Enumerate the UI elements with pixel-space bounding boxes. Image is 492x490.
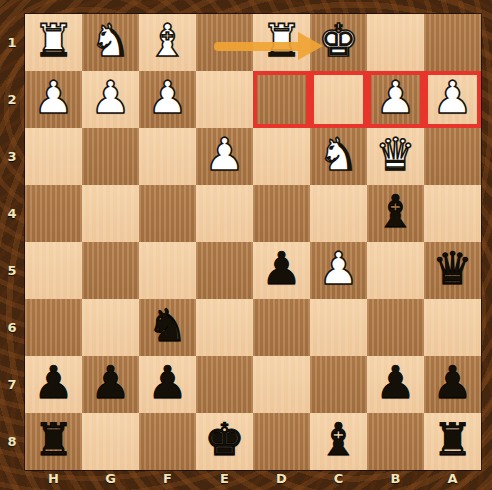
white-queen-piece: ♛ xyxy=(375,126,415,183)
black-pawn-piece: ♟ xyxy=(432,354,472,411)
black-pawn-piece: ♟ xyxy=(375,354,415,411)
square-b5[interactable] xyxy=(367,242,424,299)
black-queen-piece: ♛ xyxy=(432,240,472,297)
square-g7[interactable]: ♟ xyxy=(82,356,139,413)
square-d6[interactable] xyxy=(253,299,310,356)
square-e5[interactable] xyxy=(196,242,253,299)
square-f5[interactable] xyxy=(139,242,196,299)
square-a5[interactable]: ♛ xyxy=(424,242,481,299)
rank-label-3: 3 xyxy=(0,128,24,185)
black-bishop-piece: ♝ xyxy=(318,411,358,468)
square-f8[interactable] xyxy=(139,413,196,470)
white-bishop-piece: ♝ xyxy=(147,12,187,69)
square-h1[interactable]: ♜ xyxy=(25,14,82,71)
square-a8[interactable]: ♜ xyxy=(424,413,481,470)
chess-board: ♜♞♝♜♚♟♟♟♟♟♟♞♛♝♟♟♛♞♟♟♟♟♟♜♚♝♜ xyxy=(25,14,481,470)
rank-label-5: 5 xyxy=(0,242,24,299)
square-f4[interactable] xyxy=(139,185,196,242)
square-b8[interactable] xyxy=(367,413,424,470)
square-b7[interactable]: ♟ xyxy=(367,356,424,413)
black-bishop-piece: ♝ xyxy=(375,183,415,240)
square-g2[interactable]: ♟ xyxy=(82,71,139,128)
square-e1[interactable] xyxy=(196,14,253,71)
file-label-g: G xyxy=(82,467,139,489)
black-pawn-piece: ♟ xyxy=(90,354,130,411)
black-pawn-piece: ♟ xyxy=(33,354,73,411)
square-e2[interactable] xyxy=(196,71,253,128)
square-h3[interactable] xyxy=(25,128,82,185)
square-c3[interactable]: ♞ xyxy=(310,128,367,185)
square-b2[interactable]: ♟ xyxy=(367,71,424,128)
chess-app-window: ♜♞♝♜♚♟♟♟♟♟♟♞♛♝♟♟♛♞♟♟♟♟♟♜♚♝♜ 12345678 HGF… xyxy=(0,0,492,490)
white-knight-piece: ♞ xyxy=(318,126,358,183)
square-d4[interactable] xyxy=(253,185,310,242)
square-c8[interactable]: ♝ xyxy=(310,413,367,470)
square-h5[interactable] xyxy=(25,242,82,299)
white-knight-piece: ♞ xyxy=(90,12,130,69)
square-g8[interactable] xyxy=(82,413,139,470)
square-c7[interactable] xyxy=(310,356,367,413)
square-b6[interactable] xyxy=(367,299,424,356)
square-b4[interactable]: ♝ xyxy=(367,185,424,242)
square-f1[interactable]: ♝ xyxy=(139,14,196,71)
square-a2[interactable]: ♟ xyxy=(424,71,481,128)
square-c2[interactable] xyxy=(310,71,367,128)
square-c1[interactable]: ♚ xyxy=(310,14,367,71)
file-label-h: H xyxy=(25,467,82,489)
square-g1[interactable]: ♞ xyxy=(82,14,139,71)
square-e4[interactable] xyxy=(196,185,253,242)
square-g4[interactable] xyxy=(82,185,139,242)
square-d3[interactable] xyxy=(253,128,310,185)
white-pawn-piece: ♟ xyxy=(375,69,415,126)
file-label-e: E xyxy=(196,467,253,489)
square-a6[interactable] xyxy=(424,299,481,356)
square-a1[interactable] xyxy=(424,14,481,71)
rank-label-4: 4 xyxy=(0,185,24,242)
file-label-f: F xyxy=(139,467,196,489)
square-a7[interactable]: ♟ xyxy=(424,356,481,413)
white-pawn-piece: ♟ xyxy=(204,126,244,183)
square-f3[interactable] xyxy=(139,128,196,185)
file-label-d: D xyxy=(253,467,310,489)
white-rook-piece: ♜ xyxy=(261,12,301,69)
square-e6[interactable] xyxy=(196,299,253,356)
rank-label-2: 2 xyxy=(0,71,24,128)
white-pawn-piece: ♟ xyxy=(90,69,130,126)
black-rook-piece: ♜ xyxy=(33,411,73,468)
square-c5[interactable]: ♟ xyxy=(310,242,367,299)
white-pawn-piece: ♟ xyxy=(33,69,73,126)
rank-label-1: 1 xyxy=(0,14,24,71)
white-pawn-piece: ♟ xyxy=(147,69,187,126)
square-h8[interactable]: ♜ xyxy=(25,413,82,470)
black-knight-piece: ♞ xyxy=(147,297,187,354)
file-label-c: C xyxy=(310,467,367,489)
square-e7[interactable] xyxy=(196,356,253,413)
square-h4[interactable] xyxy=(25,185,82,242)
square-c4[interactable] xyxy=(310,185,367,242)
square-g5[interactable] xyxy=(82,242,139,299)
file-label-b: B xyxy=(367,467,424,489)
square-b3[interactable]: ♛ xyxy=(367,128,424,185)
square-e8[interactable]: ♚ xyxy=(196,413,253,470)
square-d8[interactable] xyxy=(253,413,310,470)
square-b1[interactable] xyxy=(367,14,424,71)
white-pawn-piece: ♟ xyxy=(318,240,358,297)
square-d2[interactable] xyxy=(253,71,310,128)
square-h2[interactable]: ♟ xyxy=(25,71,82,128)
square-e3[interactable]: ♟ xyxy=(196,128,253,185)
square-c6[interactable] xyxy=(310,299,367,356)
square-a4[interactable] xyxy=(424,185,481,242)
square-d1[interactable]: ♜ xyxy=(253,14,310,71)
file-label-a: A xyxy=(424,467,481,489)
white-rook-piece: ♜ xyxy=(33,12,73,69)
square-g3[interactable] xyxy=(82,128,139,185)
rank-label-7: 7 xyxy=(0,356,24,413)
square-f7[interactable]: ♟ xyxy=(139,356,196,413)
square-f6[interactable]: ♞ xyxy=(139,299,196,356)
square-f2[interactable]: ♟ xyxy=(139,71,196,128)
black-rook-piece: ♜ xyxy=(432,411,472,468)
black-king-piece: ♚ xyxy=(204,411,244,468)
square-a3[interactable] xyxy=(424,128,481,185)
black-pawn-piece: ♟ xyxy=(261,240,301,297)
white-king-piece: ♚ xyxy=(318,12,358,69)
square-d7[interactable] xyxy=(253,356,310,413)
square-h7[interactable]: ♟ xyxy=(25,356,82,413)
rank-label-6: 6 xyxy=(0,299,24,356)
square-h6[interactable] xyxy=(25,299,82,356)
square-d5[interactable]: ♟ xyxy=(253,242,310,299)
white-pawn-piece: ♟ xyxy=(432,69,472,126)
rank-label-8: 8 xyxy=(0,413,24,470)
black-pawn-piece: ♟ xyxy=(147,354,187,411)
square-g6[interactable] xyxy=(82,299,139,356)
